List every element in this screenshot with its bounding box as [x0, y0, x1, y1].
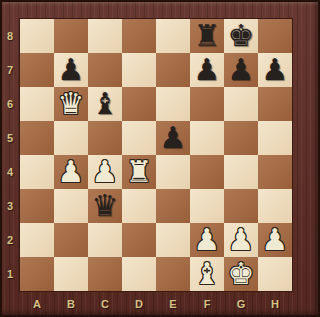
black-pawn-e5[interactable]: ♟	[160, 121, 187, 155]
black-pawn-g7[interactable]: ♟	[228, 53, 255, 87]
rank-label-1: 1	[0, 257, 20, 291]
black-bishop-c6[interactable]: ♝	[92, 87, 119, 121]
square-h7[interactable]: ♟	[258, 53, 292, 87]
white-pawn-g2[interactable]: ♟	[228, 223, 255, 257]
square-d2[interactable]	[122, 223, 156, 257]
white-rook-d4[interactable]: ♜	[126, 155, 153, 189]
square-g5[interactable]	[224, 121, 258, 155]
white-pawn-h2[interactable]: ♟	[262, 223, 289, 257]
square-c6[interactable]: ♝	[88, 87, 122, 121]
square-a5[interactable]	[20, 121, 54, 155]
square-h4[interactable]	[258, 155, 292, 189]
rank-label-4: 4	[0, 155, 20, 189]
square-f6[interactable]	[190, 87, 224, 121]
square-f4[interactable]	[190, 155, 224, 189]
rank-label-2: 2	[0, 223, 20, 257]
file-label-g: G	[224, 291, 258, 317]
file-label-a: A	[20, 291, 54, 317]
square-h5[interactable]	[258, 121, 292, 155]
square-c4[interactable]: ♟	[88, 155, 122, 189]
chess-board: ♜♚♟♟♟♟♛♝♟♟♟♜♛♟♟♟♝♚	[20, 19, 292, 291]
chess-board-frame: 87654321 ♜♚♟♟♟♟♛♝♟♟♟♜♛♟♟♟♝♚ ABCDEFGH	[0, 0, 320, 317]
square-c1[interactable]	[88, 257, 122, 291]
square-e3[interactable]	[156, 189, 190, 223]
square-f5[interactable]	[190, 121, 224, 155]
black-king-g8[interactable]: ♚	[228, 19, 255, 53]
square-c3[interactable]: ♛	[88, 189, 122, 223]
square-g8[interactable]: ♚	[224, 19, 258, 53]
square-a4[interactable]	[20, 155, 54, 189]
square-d7[interactable]	[122, 53, 156, 87]
black-pawn-b7[interactable]: ♟	[58, 53, 85, 87]
square-c5[interactable]	[88, 121, 122, 155]
square-g6[interactable]	[224, 87, 258, 121]
square-b4[interactable]: ♟	[54, 155, 88, 189]
square-a7[interactable]	[20, 53, 54, 87]
square-a2[interactable]	[20, 223, 54, 257]
square-f7[interactable]: ♟	[190, 53, 224, 87]
white-queen-b6[interactable]: ♛	[58, 87, 85, 121]
file-label-e: E	[156, 291, 190, 317]
white-bishop-f1[interactable]: ♝	[194, 257, 221, 291]
square-c2[interactable]	[88, 223, 122, 257]
white-king-g1[interactable]: ♚	[228, 257, 255, 291]
file-labels: ABCDEFGH	[20, 291, 292, 317]
square-d6[interactable]	[122, 87, 156, 121]
square-h1[interactable]	[258, 257, 292, 291]
white-pawn-c4[interactable]: ♟	[92, 155, 119, 189]
square-c7[interactable]	[88, 53, 122, 87]
square-h3[interactable]	[258, 189, 292, 223]
rank-labels: 87654321	[0, 19, 20, 291]
file-label-c: C	[88, 291, 122, 317]
square-e1[interactable]	[156, 257, 190, 291]
square-f8[interactable]: ♜	[190, 19, 224, 53]
square-g3[interactable]	[224, 189, 258, 223]
square-a8[interactable]	[20, 19, 54, 53]
rank-label-5: 5	[0, 121, 20, 155]
square-b7[interactable]: ♟	[54, 53, 88, 87]
square-b6[interactable]: ♛	[54, 87, 88, 121]
square-e7[interactable]	[156, 53, 190, 87]
black-rook-f8[interactable]: ♜	[194, 19, 221, 53]
square-c8[interactable]	[88, 19, 122, 53]
square-a6[interactable]	[20, 87, 54, 121]
square-e5[interactable]: ♟	[156, 121, 190, 155]
square-g1[interactable]: ♚	[224, 257, 258, 291]
square-e2[interactable]	[156, 223, 190, 257]
file-label-h: H	[258, 291, 292, 317]
square-b1[interactable]	[54, 257, 88, 291]
square-d5[interactable]	[122, 121, 156, 155]
square-d1[interactable]	[122, 257, 156, 291]
file-label-d: D	[122, 291, 156, 317]
square-b3[interactable]	[54, 189, 88, 223]
square-f3[interactable]	[190, 189, 224, 223]
square-f2[interactable]: ♟	[190, 223, 224, 257]
square-f1[interactable]: ♝	[190, 257, 224, 291]
square-h2[interactable]: ♟	[258, 223, 292, 257]
square-d3[interactable]	[122, 189, 156, 223]
square-b5[interactable]	[54, 121, 88, 155]
white-pawn-b4[interactable]: ♟	[58, 155, 85, 189]
square-b8[interactable]	[54, 19, 88, 53]
black-pawn-h7[interactable]: ♟	[262, 53, 289, 87]
square-d4[interactable]: ♜	[122, 155, 156, 189]
rank-label-3: 3	[0, 189, 20, 223]
square-h8[interactable]	[258, 19, 292, 53]
square-e8[interactable]	[156, 19, 190, 53]
black-queen-c3[interactable]: ♛	[92, 189, 119, 223]
white-pawn-f2[interactable]: ♟	[194, 223, 221, 257]
square-g7[interactable]: ♟	[224, 53, 258, 87]
square-a3[interactable]	[20, 189, 54, 223]
file-label-f: F	[190, 291, 224, 317]
square-d8[interactable]	[122, 19, 156, 53]
square-e4[interactable]	[156, 155, 190, 189]
rank-label-7: 7	[0, 53, 20, 87]
rank-label-8: 8	[0, 19, 20, 53]
black-pawn-f7[interactable]: ♟	[194, 53, 221, 87]
square-a1[interactable]	[20, 257, 54, 291]
square-g4[interactable]	[224, 155, 258, 189]
square-g2[interactable]: ♟	[224, 223, 258, 257]
rank-label-6: 6	[0, 87, 20, 121]
file-label-b: B	[54, 291, 88, 317]
square-e6[interactable]	[156, 87, 190, 121]
square-b2[interactable]	[54, 223, 88, 257]
square-h6[interactable]	[258, 87, 292, 121]
